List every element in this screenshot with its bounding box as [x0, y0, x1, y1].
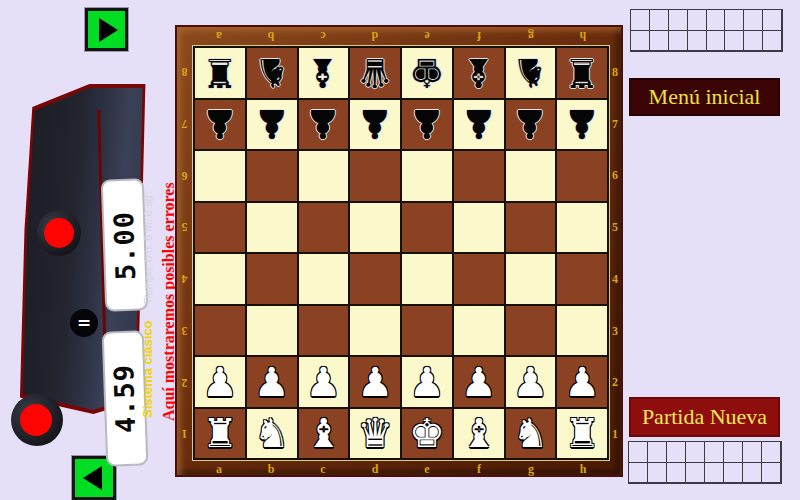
square-h6[interactable]: [557, 151, 607, 201]
black-pawn: ♟: [564, 104, 600, 144]
white-king: ♚: [409, 413, 445, 453]
square-e5[interactable]: [402, 203, 452, 253]
square-h7[interactable]: ♟: [557, 100, 607, 150]
clock-time-bottom: 4.59: [108, 363, 141, 433]
file-labels-top: abcdefgh: [193, 28, 609, 44]
file-label-c: c: [297, 28, 349, 44]
pause-icon: =: [77, 315, 91, 332]
file-label-d: d: [349, 461, 401, 476]
square-a1[interactable]: ♜: [195, 409, 245, 459]
square-b1[interactable]: ♞: [247, 409, 297, 459]
new-game-button[interactable]: Partida Nueva: [629, 397, 780, 437]
white-pawn: ♟: [409, 362, 445, 402]
square-c8[interactable]: ♝: [299, 48, 349, 98]
square-h8[interactable]: ♜: [557, 48, 607, 98]
tray-cell: [763, 31, 782, 52]
square-h2[interactable]: ♟: [557, 357, 607, 407]
time-setting-label: Tiempo: 0 h. 5 m. 0 sg: [142, 195, 154, 304]
black-king: ♚: [409, 53, 445, 93]
white-pawn: ♟: [202, 362, 238, 402]
clock-red-button-top[interactable]: [44, 218, 74, 248]
white-bishop: ♝: [461, 413, 497, 453]
black-rook: ♜: [564, 53, 600, 93]
file-label-f: f: [453, 461, 505, 476]
tray-cell: [744, 31, 763, 52]
white-rook: ♜: [564, 413, 600, 453]
white-bishop: ♝: [305, 413, 341, 453]
rank-label-6: 6: [177, 150, 192, 202]
square-b5[interactable]: [247, 203, 297, 253]
square-g8[interactable]: ♞: [506, 48, 556, 98]
tray-cell: [744, 10, 763, 31]
white-rook: ♜: [202, 413, 238, 453]
black-pawn: ♟: [305, 104, 341, 144]
square-f4[interactable]: [454, 254, 504, 304]
tray-cell: [629, 463, 648, 484]
square-g1[interactable]: ♞: [506, 409, 556, 459]
tray-cell: [686, 442, 705, 463]
tray-cell: [667, 442, 686, 463]
tray-cell: [669, 31, 688, 52]
initial-menu-button[interactable]: Menú inicial: [629, 78, 780, 116]
tray-cell: [743, 463, 762, 484]
chess-board-frame: abcdefgh 87654321 ♜♞♝♛♚♝♞♜♟♟♟♟♟♟♟♟♟♟♟♟♟♟…: [175, 25, 623, 477]
square-a7[interactable]: ♟: [195, 100, 245, 150]
black-pawn: ♟: [202, 104, 238, 144]
tray-cell: [648, 442, 667, 463]
file-label-b: b: [245, 28, 297, 44]
square-d7[interactable]: ♟: [350, 100, 400, 150]
square-e8[interactable]: ♚: [402, 48, 452, 98]
square-b6[interactable]: [247, 151, 297, 201]
tray-cell: [725, 31, 744, 52]
tray-cell: [631, 31, 650, 52]
tray-cell: [631, 10, 650, 31]
file-label-a: a: [193, 28, 245, 44]
square-d8[interactable]: ♛: [350, 48, 400, 98]
white-knight: ♞: [512, 413, 548, 453]
square-a3[interactable]: [195, 306, 245, 356]
chess-app-window: 5.00 4.59 = Sistema clásico Tiempo: 0 h.…: [0, 0, 800, 500]
square-a6[interactable]: [195, 151, 245, 201]
black-knight: ♞: [254, 53, 290, 93]
rank-label-4: 4: [177, 253, 192, 305]
black-pawn: ♟: [357, 104, 393, 144]
rank-label-7: 7: [177, 98, 192, 150]
clock-pause-button[interactable]: =: [70, 309, 98, 337]
white-pawn: ♟: [564, 362, 600, 402]
black-rook: ♜: [202, 53, 238, 93]
tray-cell: [724, 463, 743, 484]
black-queen: ♛: [357, 53, 393, 93]
rank-label-8: 8: [177, 46, 192, 98]
square-h4[interactable]: [557, 254, 607, 304]
tray-cell: [650, 31, 669, 52]
square-c1[interactable]: ♝: [299, 409, 349, 459]
square-a5[interactable]: [195, 203, 245, 253]
square-h1[interactable]: ♜: [557, 409, 607, 459]
square-e6[interactable]: [402, 151, 452, 201]
square-c4[interactable]: [299, 254, 349, 304]
play-left-icon: [83, 466, 102, 490]
rank-label-5: 5: [177, 201, 192, 253]
rank-label-1: 1: [609, 408, 621, 460]
rank-labels-right: 87654321: [609, 46, 621, 460]
square-f5[interactable]: [454, 203, 504, 253]
tray-cell: [707, 31, 726, 52]
rank-label-5: 5: [609, 201, 621, 253]
square-b3[interactable]: [247, 306, 297, 356]
square-g2[interactable]: ♟: [506, 357, 556, 407]
square-b8[interactable]: ♞: [247, 48, 297, 98]
tray-cell: [688, 10, 707, 31]
square-b2[interactable]: ♟: [247, 357, 297, 407]
square-g3[interactable]: [506, 306, 556, 356]
square-g5[interactable]: [506, 203, 556, 253]
square-f2[interactable]: ♟: [454, 357, 504, 407]
tray-cell: [707, 10, 726, 31]
square-f3[interactable]: [454, 306, 504, 356]
file-label-d: d: [349, 28, 401, 44]
tray-cell: [629, 442, 648, 463]
square-h3[interactable]: [557, 306, 607, 356]
square-c3[interactable]: [299, 306, 349, 356]
square-e2[interactable]: ♟: [402, 357, 452, 407]
tray-cell: [667, 463, 686, 484]
black-knight: ♞: [512, 53, 548, 93]
file-label-g: g: [505, 461, 557, 476]
black-pawn: ♟: [461, 104, 497, 144]
tray-cell: [762, 442, 781, 463]
tray-cell: [724, 442, 743, 463]
rank-label-4: 4: [609, 253, 621, 305]
tray-cell: [669, 10, 688, 31]
white-queen: ♛: [357, 413, 393, 453]
tray-cell: [686, 463, 705, 484]
clock-settings-label: Sistema clásico Tiempo: 0 h. 5 m. 0 sg: [139, 186, 156, 418]
square-c5[interactable]: [299, 203, 349, 253]
file-label-h: h: [557, 461, 609, 476]
square-g4[interactable]: [506, 254, 556, 304]
black-bishop: ♝: [461, 53, 497, 93]
square-a2[interactable]: ♟: [195, 357, 245, 407]
square-e1[interactable]: ♚: [402, 409, 452, 459]
white-pawn: ♟: [254, 362, 290, 402]
square-d3[interactable]: [350, 306, 400, 356]
square-f6[interactable]: [454, 151, 504, 201]
tray-cell: [705, 442, 724, 463]
square-g7[interactable]: ♟: [506, 100, 556, 150]
black-pawn: ♟: [409, 104, 445, 144]
captured-pieces-tray-top: [630, 9, 783, 52]
system-label: Sistema clásico: [140, 320, 155, 418]
tray-cell: [650, 10, 669, 31]
file-labels-bottom: abcdefgh: [193, 461, 609, 476]
file-label-a: a: [193, 461, 245, 476]
square-e3[interactable]: [402, 306, 452, 356]
rank-label-1: 1: [177, 408, 192, 460]
white-pawn: ♟: [512, 362, 548, 402]
square-d1[interactable]: ♛: [350, 409, 400, 459]
square-a4[interactable]: [195, 254, 245, 304]
square-f8[interactable]: ♝: [454, 48, 504, 98]
rank-label-8: 8: [609, 46, 621, 98]
square-d5[interactable]: [350, 203, 400, 253]
square-f1[interactable]: ♝: [454, 409, 504, 459]
rank-label-2: 2: [609, 357, 621, 409]
square-f7[interactable]: ♟: [454, 100, 504, 150]
tray-cell: [705, 463, 724, 484]
tray-cell: [762, 463, 781, 484]
captured-pieces-tray-bottom: [628, 441, 782, 484]
board-grid: ♜♞♝♛♚♝♞♜♟♟♟♟♟♟♟♟♟♟♟♟♟♟♟♟♜♞♝♛♚♝♞♜: [193, 46, 609, 460]
tray-cell: [648, 463, 667, 484]
square-g6[interactable]: [506, 151, 556, 201]
square-c6[interactable]: [299, 151, 349, 201]
tray-cell: [743, 442, 762, 463]
square-d6[interactable]: [350, 151, 400, 201]
black-pawn: ♟: [512, 104, 548, 144]
tray-cell: [725, 10, 744, 31]
square-e7[interactable]: ♟: [402, 100, 452, 150]
square-a8[interactable]: ♜: [195, 48, 245, 98]
tray-cell: [688, 31, 707, 52]
rank-label-2: 2: [177, 357, 192, 409]
rank-label-6: 6: [609, 150, 621, 202]
file-label-e: e: [401, 461, 453, 476]
rank-label-3: 3: [609, 305, 621, 357]
white-pawn: ♟: [357, 362, 393, 402]
white-pawn: ♟: [305, 362, 341, 402]
black-pawn: ♟: [254, 104, 290, 144]
white-knight: ♞: [254, 413, 290, 453]
rank-labels-left: 87654321: [177, 46, 192, 460]
file-label-h: h: [557, 28, 609, 44]
file-label-g: g: [505, 28, 557, 44]
square-b7[interactable]: ♟: [247, 100, 297, 150]
square-c2[interactable]: ♟: [299, 357, 349, 407]
square-b4[interactable]: [247, 254, 297, 304]
file-label-e: e: [401, 28, 453, 44]
play-right-icon: [99, 18, 118, 42]
file-label-b: b: [245, 461, 297, 476]
tray-cell: [763, 10, 782, 31]
square-d2[interactable]: ♟: [350, 357, 400, 407]
file-label-f: f: [453, 28, 505, 44]
square-h5[interactable]: [557, 203, 607, 253]
square-d4[interactable]: [350, 254, 400, 304]
rank-label-7: 7: [609, 98, 621, 150]
square-e4[interactable]: [402, 254, 452, 304]
white-pawn: ♟: [461, 362, 497, 402]
black-bishop: ♝: [305, 53, 341, 93]
rank-label-3: 3: [177, 305, 192, 357]
clock-red-button-bottom[interactable]: [20, 404, 52, 436]
square-c7[interactable]: ♟: [299, 100, 349, 150]
file-label-c: c: [297, 461, 349, 476]
forward-move-button[interactable]: [85, 8, 128, 51]
clock-time-top: 5.00: [108, 210, 141, 280]
